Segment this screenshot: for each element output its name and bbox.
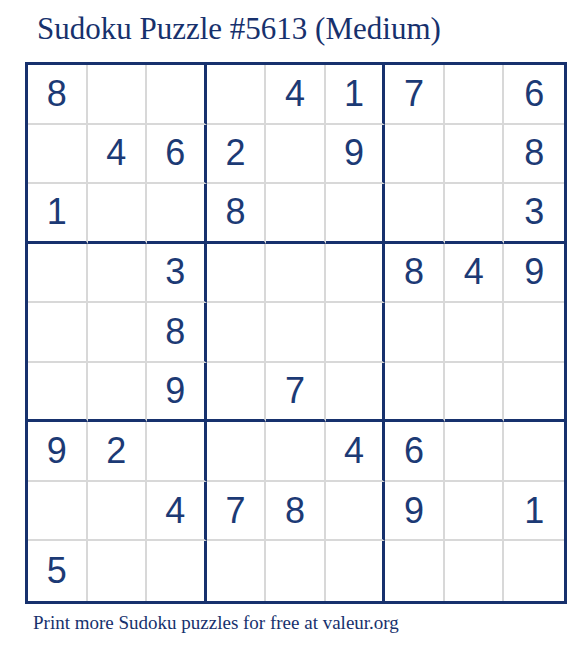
cell-r4c1[interactable]	[28, 244, 88, 304]
cell-r2c6[interactable]: 9	[326, 125, 386, 185]
cell-r5c5[interactable]	[266, 303, 326, 363]
cell-r3c4[interactable]: 8	[207, 184, 267, 244]
cell-r3c1[interactable]: 1	[28, 184, 88, 244]
given-digit: 8	[47, 73, 67, 115]
cell-r7c1[interactable]: 9	[28, 422, 88, 482]
cell-r1c5[interactable]: 4	[266, 65, 326, 125]
cell-r8c2[interactable]	[88, 482, 148, 542]
cell-r7c2[interactable]: 2	[88, 422, 148, 482]
cell-r4c5[interactable]	[266, 244, 326, 304]
cell-r2c7[interactable]	[385, 125, 445, 185]
footer-text: Print more Sudoku puzzles for free at va…	[33, 612, 399, 634]
cell-r5c3[interactable]: 8	[147, 303, 207, 363]
cell-r6c5[interactable]: 7	[266, 363, 326, 423]
cell-r4c2[interactable]	[88, 244, 148, 304]
given-digit: 4	[165, 490, 185, 532]
cell-r8c7[interactable]: 9	[385, 482, 445, 542]
given-digit: 4	[285, 73, 305, 115]
cell-r3c7[interactable]	[385, 184, 445, 244]
cell-r9c6[interactable]	[326, 541, 386, 601]
cell-r7c5[interactable]	[266, 422, 326, 482]
cell-r2c8[interactable]	[445, 125, 505, 185]
given-digit: 2	[106, 430, 126, 472]
cell-r2c3[interactable]: 6	[147, 125, 207, 185]
given-digit: 5	[47, 550, 67, 592]
cell-r5c2[interactable]	[88, 303, 148, 363]
cell-r4c6[interactable]	[326, 244, 386, 304]
given-digit: 8	[404, 251, 424, 293]
cell-r9c9[interactable]	[504, 541, 564, 601]
cell-r9c7[interactable]	[385, 541, 445, 601]
cell-r3c6[interactable]	[326, 184, 386, 244]
cell-r4c4[interactable]	[207, 244, 267, 304]
cell-r7c7[interactable]: 6	[385, 422, 445, 482]
cell-r9c3[interactable]	[147, 541, 207, 601]
cell-r9c5[interactable]	[266, 541, 326, 601]
cell-r8c5[interactable]: 8	[266, 482, 326, 542]
given-digit: 9	[165, 370, 185, 412]
cell-r5c7[interactable]	[385, 303, 445, 363]
given-digit: 8	[165, 311, 185, 353]
given-digit: 9	[344, 132, 364, 174]
cell-r6c8[interactable]	[445, 363, 505, 423]
cell-r1c1[interactable]: 8	[28, 65, 88, 125]
cell-r2c2[interactable]: 4	[88, 125, 148, 185]
cell-r5c9[interactable]	[504, 303, 564, 363]
cell-r2c4[interactable]: 2	[207, 125, 267, 185]
cell-r1c4[interactable]	[207, 65, 267, 125]
cell-r6c3[interactable]: 9	[147, 363, 207, 423]
given-digit: 9	[47, 430, 67, 472]
cell-r9c4[interactable]	[207, 541, 267, 601]
given-digit: 8	[285, 490, 305, 532]
cell-r2c1[interactable]	[28, 125, 88, 185]
given-digit: 9	[404, 490, 424, 532]
given-digit: 7	[225, 490, 245, 532]
cell-r5c4[interactable]	[207, 303, 267, 363]
cell-r8c1[interactable]	[28, 482, 88, 542]
cell-r7c3[interactable]	[147, 422, 207, 482]
cell-r1c6[interactable]: 1	[326, 65, 386, 125]
given-digit: 8	[225, 191, 245, 233]
cell-r8c6[interactable]	[326, 482, 386, 542]
cell-r7c9[interactable]	[504, 422, 564, 482]
page-title: Sudoku Puzzle #5613 (Medium)	[37, 10, 441, 47]
cell-r3c9[interactable]: 3	[504, 184, 564, 244]
cell-r9c8[interactable]	[445, 541, 505, 601]
cell-r9c1[interactable]: 5	[28, 541, 88, 601]
given-digit: 2	[225, 132, 245, 174]
cell-r2c9[interactable]: 8	[504, 125, 564, 185]
cell-r5c6[interactable]	[326, 303, 386, 363]
cell-r9c2[interactable]	[88, 541, 148, 601]
cell-r3c3[interactable]	[147, 184, 207, 244]
given-digit: 8	[524, 132, 544, 174]
cell-r6c1[interactable]	[28, 363, 88, 423]
given-digit: 4	[344, 430, 364, 472]
given-digit: 1	[47, 191, 67, 233]
cell-r4c9[interactable]: 9	[504, 244, 564, 304]
given-digit: 6	[404, 430, 424, 472]
cell-r4c3[interactable]: 3	[147, 244, 207, 304]
cell-r1c8[interactable]	[445, 65, 505, 125]
cell-r6c9[interactable]	[504, 363, 564, 423]
given-digit: 4	[106, 132, 126, 174]
cell-r4c8[interactable]: 4	[445, 244, 505, 304]
given-digit: 3	[165, 251, 185, 293]
given-digit: 3	[524, 191, 544, 233]
cell-r7c6[interactable]: 4	[326, 422, 386, 482]
given-digit: 7	[404, 73, 424, 115]
cell-r1c2[interactable]	[88, 65, 148, 125]
cell-r5c8[interactable]	[445, 303, 505, 363]
given-digit: 7	[285, 370, 305, 412]
cell-r4c7[interactable]: 8	[385, 244, 445, 304]
cell-r5c1[interactable]	[28, 303, 88, 363]
given-digit: 6	[524, 73, 544, 115]
given-digit: 6	[165, 132, 185, 174]
cell-r1c7[interactable]: 7	[385, 65, 445, 125]
cell-r3c8[interactable]	[445, 184, 505, 244]
given-digit: 9	[524, 251, 544, 293]
cell-r7c8[interactable]	[445, 422, 505, 482]
given-digit: 1	[524, 490, 544, 532]
cell-r3c2[interactable]	[88, 184, 148, 244]
cell-r8c4[interactable]: 7	[207, 482, 267, 542]
cell-r6c7[interactable]	[385, 363, 445, 423]
given-digit: 4	[464, 251, 484, 293]
cell-r2c5[interactable]	[266, 125, 326, 185]
cell-r6c2[interactable]	[88, 363, 148, 423]
cell-r6c4[interactable]	[207, 363, 267, 423]
cell-r8c3[interactable]: 4	[147, 482, 207, 542]
cell-r3c5[interactable]	[266, 184, 326, 244]
cell-r8c8[interactable]	[445, 482, 505, 542]
given-digit: 1	[344, 73, 364, 115]
cell-r8c9[interactable]: 1	[504, 482, 564, 542]
cell-r1c9[interactable]: 6	[504, 65, 564, 125]
sudoku-board: 841764629818338498979246478915	[25, 62, 567, 604]
cell-r6c6[interactable]	[326, 363, 386, 423]
cell-r1c3[interactable]	[147, 65, 207, 125]
cell-r7c4[interactable]	[207, 422, 267, 482]
